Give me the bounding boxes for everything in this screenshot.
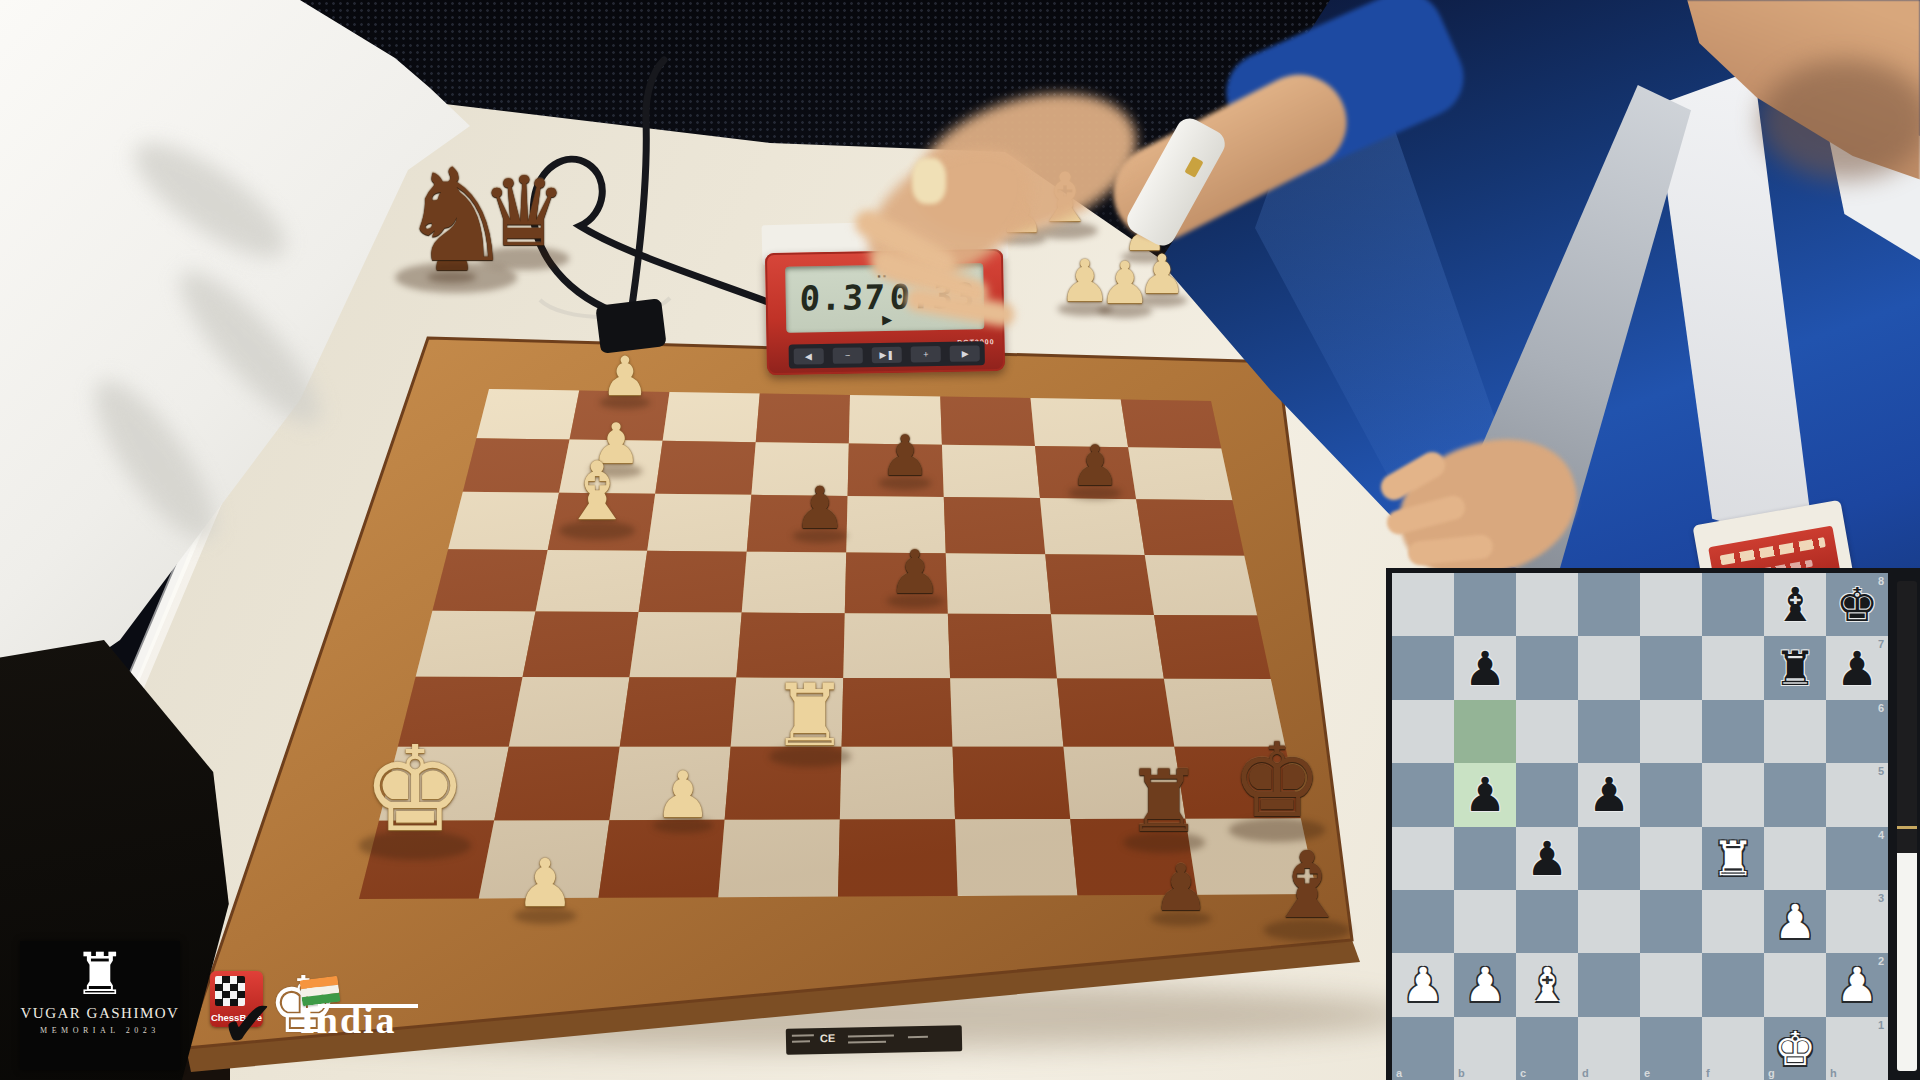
square-e1: e bbox=[1640, 1017, 1702, 1080]
square-c8 bbox=[1516, 573, 1578, 636]
logo-subtitle: MEMORIAL 2023 bbox=[20, 1026, 180, 1035]
square-g1: g♚ bbox=[1764, 1017, 1826, 1080]
black-b-piece: ♝ bbox=[1266, 840, 1348, 932]
eval-center-tick bbox=[1897, 826, 1917, 829]
file-label: c bbox=[1520, 1067, 1526, 1079]
clock-button[interactable]: + bbox=[911, 346, 941, 363]
square-h1: 1h bbox=[1826, 1017, 1888, 1080]
white-rook-icon: ♜ bbox=[20, 945, 180, 1003]
square-c6 bbox=[1516, 700, 1578, 763]
india-wordmark: India bbox=[300, 998, 430, 1044]
black-n-piece: ♞ bbox=[399, 152, 514, 280]
square-h5: 5 bbox=[1826, 763, 1888, 826]
black-p-on-d5: ♟ bbox=[1578, 763, 1640, 826]
clock-left-time: 0.37 bbox=[799, 277, 887, 319]
white-b-piece: ♝ bbox=[561, 452, 633, 532]
square-c5 bbox=[1516, 763, 1578, 826]
broadcast-frame: CE ♛♟♞ 0.37 0.33 ▪ ▪ ▶ DGT3000 ◀−▶❚+▶ ♟♟… bbox=[0, 0, 1920, 1080]
white-k-on-g1: ♚ bbox=[1764, 1017, 1826, 1080]
white-p-piece: ♟ bbox=[601, 350, 649, 404]
square-a2: ♟ bbox=[1392, 953, 1454, 1016]
square-g3: ♟ bbox=[1764, 890, 1826, 953]
piece-in-hand bbox=[912, 158, 946, 204]
white-r-on-f4: ♜ bbox=[1702, 827, 1764, 890]
black-p-piece: ♟ bbox=[880, 428, 930, 484]
square-a7 bbox=[1392, 636, 1454, 699]
square-g8: ♝ bbox=[1764, 573, 1826, 636]
square-f8 bbox=[1702, 573, 1764, 636]
black-p-piece: ♟ bbox=[1152, 856, 1209, 920]
square-e8 bbox=[1640, 573, 1702, 636]
devanagari-bar bbox=[318, 1004, 418, 1008]
square-e3 bbox=[1640, 890, 1702, 953]
rank-label: 6 bbox=[1878, 702, 1884, 714]
clock-button[interactable]: ▶ bbox=[950, 345, 980, 362]
square-e2 bbox=[1640, 953, 1702, 1016]
white-b-on-c2: ♝ bbox=[1516, 953, 1578, 1016]
square-c1: c bbox=[1516, 1017, 1578, 1080]
clock-button[interactable]: ◀ bbox=[793, 348, 823, 365]
square-d2 bbox=[1578, 953, 1640, 1016]
square-c3 bbox=[1516, 890, 1578, 953]
square-b1: b bbox=[1454, 1017, 1516, 1080]
clock-button[interactable]: ▶❚ bbox=[872, 347, 902, 364]
square-d8 bbox=[1578, 573, 1640, 636]
black-p-piece: ♟ bbox=[888, 542, 942, 602]
square-c7 bbox=[1516, 636, 1578, 699]
rank-label: 4 bbox=[1878, 829, 1884, 841]
clock-button[interactable]: − bbox=[832, 347, 862, 364]
square-f6 bbox=[1702, 700, 1764, 763]
square-b3 bbox=[1454, 890, 1516, 953]
square-h4: 4 bbox=[1826, 827, 1888, 890]
black-p-on-b7: ♟ bbox=[1454, 636, 1516, 699]
white-k-piece: ♚ bbox=[362, 730, 468, 848]
square-a1: a bbox=[1392, 1017, 1454, 1080]
square-f4: ♜ bbox=[1702, 827, 1764, 890]
square-a3 bbox=[1392, 890, 1454, 953]
square-e5 bbox=[1640, 763, 1702, 826]
square-c2: ♝ bbox=[1516, 953, 1578, 1016]
square-f2 bbox=[1702, 953, 1764, 1016]
square-h8: 8♚ bbox=[1826, 573, 1888, 636]
black-p-piece: ♟ bbox=[794, 479, 846, 537]
white-p-piece: ♟ bbox=[1099, 254, 1151, 312]
black-k-on-h8: ♚ bbox=[1826, 573, 1888, 636]
square-d1: d bbox=[1578, 1017, 1640, 1080]
square-h3: 3 bbox=[1826, 890, 1888, 953]
right-player-beard-stubble bbox=[1760, 60, 1920, 180]
white-p-on-a2: ♟ bbox=[1392, 953, 1454, 1016]
black-r-on-g7: ♜ bbox=[1764, 636, 1826, 699]
square-h7: 7♟ bbox=[1826, 636, 1888, 699]
square-d6 bbox=[1578, 700, 1640, 763]
square-b5: ♟ bbox=[1454, 763, 1516, 826]
black-p-on-b5: ♟ bbox=[1454, 763, 1516, 826]
square-f7 bbox=[1702, 636, 1764, 699]
square-e4 bbox=[1640, 827, 1702, 890]
file-label: h bbox=[1830, 1067, 1837, 1079]
logo-title: VUGAR GASHIMOV bbox=[20, 1005, 180, 1022]
white-p-piece: ♟ bbox=[515, 851, 574, 917]
file-label: b bbox=[1458, 1067, 1465, 1079]
square-b4 bbox=[1454, 827, 1516, 890]
black-b-on-g8: ♝ bbox=[1764, 573, 1826, 636]
file-label: d bbox=[1582, 1067, 1589, 1079]
file-label: e bbox=[1644, 1067, 1650, 1079]
white-p-on-b2: ♟ bbox=[1454, 953, 1516, 1016]
file-label: a bbox=[1396, 1067, 1402, 1079]
square-h6: 6 bbox=[1826, 700, 1888, 763]
square-d4 bbox=[1578, 827, 1640, 890]
square-d3 bbox=[1578, 890, 1640, 953]
black-k-piece: ♚ bbox=[1231, 730, 1322, 832]
square-e6 bbox=[1640, 700, 1702, 763]
right-player-moving-arm bbox=[1000, 40, 1480, 370]
square-a6 bbox=[1392, 700, 1454, 763]
rank-label: 3 bbox=[1878, 892, 1884, 904]
square-b6 bbox=[1454, 700, 1516, 763]
white-p-piece: ♟ bbox=[654, 763, 711, 827]
file-label: f bbox=[1706, 1067, 1710, 1079]
clock-button-row: ◀−▶❚+▶ bbox=[789, 341, 985, 368]
position-diagram: ♝8♚♟♜7♟6♟♟5♟♜4♟3♟♟♝2♟abcdefg♚1h bbox=[1392, 573, 1888, 1080]
square-b8 bbox=[1454, 573, 1516, 636]
white-p-on-g3: ♟ bbox=[1764, 890, 1826, 953]
eval-white-share bbox=[1897, 853, 1917, 1071]
evaluation-bar bbox=[1897, 581, 1917, 1071]
square-g6 bbox=[1764, 700, 1826, 763]
square-c4: ♟ bbox=[1516, 827, 1578, 890]
gashimov-memorial-logo: ♜ VUGAR GASHIMOV MEMORIAL 2023 bbox=[20, 941, 180, 1070]
square-g7: ♜ bbox=[1764, 636, 1826, 699]
square-a5 bbox=[1392, 763, 1454, 826]
black-p-on-c4: ♟ bbox=[1516, 827, 1578, 890]
square-h2: 2♟ bbox=[1826, 953, 1888, 1016]
black-r-piece: ♜ bbox=[1125, 758, 1202, 844]
square-f5 bbox=[1702, 763, 1764, 826]
black-p-on-h7: ♟ bbox=[1826, 636, 1888, 699]
white-p-on-h2: ♟ bbox=[1826, 953, 1888, 1016]
broadcast-board-overlay: ♝8♚♟♜7♟6♟♟5♟♜4♟3♟♟♝2♟abcdefg♚1h bbox=[1386, 568, 1920, 1080]
rank-label: 5 bbox=[1878, 765, 1884, 777]
black-p-piece: ♟ bbox=[1070, 438, 1120, 494]
square-g2 bbox=[1764, 953, 1826, 1016]
white-r-piece: ♜ bbox=[771, 672, 848, 758]
square-f1: f bbox=[1702, 1017, 1764, 1080]
square-b2: ♟ bbox=[1454, 953, 1516, 1016]
square-a8 bbox=[1392, 573, 1454, 636]
square-b7: ♟ bbox=[1454, 636, 1516, 699]
square-d5: ♟ bbox=[1578, 763, 1640, 826]
square-a4 bbox=[1392, 827, 1454, 890]
square-d7 bbox=[1578, 636, 1640, 699]
square-e7 bbox=[1640, 636, 1702, 699]
square-g4 bbox=[1764, 827, 1826, 890]
rank-label: 1 bbox=[1878, 1019, 1884, 1031]
square-g5 bbox=[1764, 763, 1826, 826]
square-f3 bbox=[1702, 890, 1764, 953]
clock-turn-indicator: ▶ bbox=[882, 313, 892, 326]
right-player-resting-hand bbox=[1378, 408, 1593, 593]
